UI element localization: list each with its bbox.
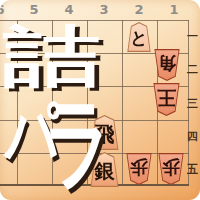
rank-label-3: 三 bbox=[185, 96, 200, 111]
piece-tokin-2a: と bbox=[126, 22, 152, 52]
rank-label-1: 一 bbox=[185, 29, 200, 44]
piece-glyph: 王 bbox=[157, 89, 176, 111]
rank-label-4: 四 bbox=[185, 129, 200, 144]
piece-glyph: と bbox=[130, 27, 147, 47]
piece-glyph: 歩 bbox=[162, 159, 180, 180]
piece-fu-2e: 歩 bbox=[125, 153, 153, 185]
tsume-para-app-icon[interactable]: 6 5 4 3 2 1 一 二 三 四 五 と 角 王 飛 銀 歩 歩 詰 パ … bbox=[0, 0, 200, 200]
piece-glyph: 歩 bbox=[130, 159, 148, 180]
file-label-5: 5 bbox=[24, 2, 44, 17]
file-label-4: 4 bbox=[59, 2, 79, 17]
logo-char-ra: ラ bbox=[44, 92, 113, 193]
piece-fu-1e: 歩 bbox=[157, 153, 185, 185]
file-label-3: 3 bbox=[94, 2, 114, 17]
file-label-6: 6 bbox=[0, 2, 10, 17]
logo-char-tsume: 詰 bbox=[3, 24, 101, 90]
file-label-2: 2 bbox=[129, 2, 149, 17]
board-grid-line bbox=[122, 20, 123, 184]
piece-glyph: 角 bbox=[158, 55, 176, 76]
rank-label-5: 五 bbox=[185, 162, 200, 177]
file-label-1: 1 bbox=[164, 2, 184, 17]
rank-label-2: 二 bbox=[185, 62, 200, 77]
